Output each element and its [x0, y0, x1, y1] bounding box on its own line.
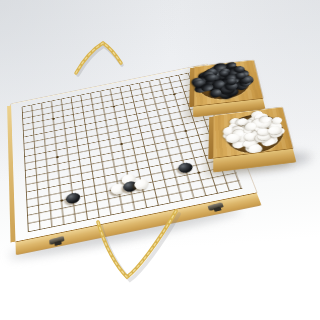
- white-tray-left-side: [208, 117, 213, 160]
- go-stone-black: [65, 192, 80, 205]
- star-point: [197, 172, 200, 175]
- go-stone-black: [177, 162, 194, 174]
- board-left-edge: [7, 105, 15, 242]
- cord-top-rope: [76, 43, 121, 73]
- star-point: [56, 156, 59, 158]
- star-point: [52, 118, 55, 120]
- cord-top-shadow: [78, 46, 122, 75]
- right-clasp: [206, 202, 225, 212]
- cord-top-twist: [76, 43, 121, 73]
- black-stone-tray: [193, 60, 265, 116]
- left-clasp: [48, 236, 65, 246]
- star-point: [60, 199, 63, 202]
- white-stone-tray: [213, 107, 296, 171]
- star-point: [120, 143, 123, 145]
- star-point: [173, 93, 176, 95]
- go-set-product-photo: [0, 0, 320, 320]
- black-stone-recess: [197, 62, 254, 102]
- star-point: [184, 130, 187, 132]
- star-point: [112, 105, 115, 107]
